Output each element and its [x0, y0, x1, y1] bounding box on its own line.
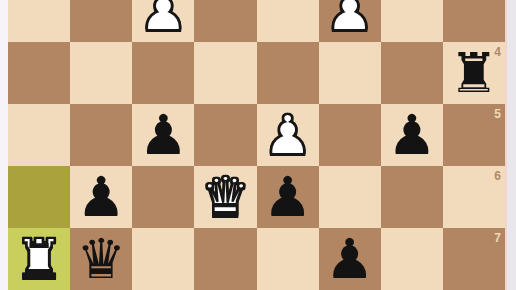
square-f4[interactable] — [132, 42, 194, 104]
black-rook[interactable]: ♜ — [449, 46, 498, 101]
black-pawn[interactable]: ♟ — [139, 108, 188, 163]
white-pawn[interactable]: ♟ — [325, 0, 374, 39]
square-h5[interactable] — [8, 104, 70, 166]
square-f3[interactable]: ♟ — [132, 0, 194, 42]
square-d6[interactable]: ♟ — [257, 166, 319, 228]
square-e3[interactable] — [194, 0, 256, 42]
square-c5[interactable] — [319, 104, 381, 166]
square-f6[interactable] — [132, 166, 194, 228]
square-e6[interactable]: ♛ — [194, 166, 256, 228]
page-background-right — [507, 0, 516, 290]
chess-app-viewport: ♟♟♜4♟♟♟5♟♛♟6♜♛♟7 — [0, 0, 516, 290]
square-b7[interactable] — [381, 228, 443, 290]
black-pawn[interactable]: ♟ — [387, 108, 436, 163]
square-c3[interactable]: ♟ — [319, 0, 381, 42]
square-e5[interactable] — [194, 104, 256, 166]
square-a5[interactable]: 5 — [443, 104, 505, 166]
square-b4[interactable] — [381, 42, 443, 104]
square-g3[interactable] — [70, 0, 132, 42]
square-d3[interactable] — [257, 0, 319, 42]
square-g7[interactable]: ♛ — [70, 228, 132, 290]
square-c4[interactable] — [319, 42, 381, 104]
page-background-left — [0, 0, 8, 290]
rank-label-7: 7 — [494, 232, 501, 244]
square-h6[interactable] — [8, 166, 70, 228]
chess-board[interactable]: ♟♟♜4♟♟♟5♟♛♟6♜♛♟7 — [8, 0, 505, 290]
rank-label-4: 4 — [494, 46, 501, 58]
black-pawn[interactable]: ♟ — [77, 170, 126, 225]
square-a6[interactable]: 6 — [443, 166, 505, 228]
square-b5[interactable]: ♟ — [381, 104, 443, 166]
square-b6[interactable] — [381, 166, 443, 228]
square-h7[interactable]: ♜ — [8, 228, 70, 290]
square-h4[interactable] — [8, 42, 70, 104]
square-c7[interactable]: ♟ — [319, 228, 381, 290]
square-g4[interactable] — [70, 42, 132, 104]
square-a7[interactable]: 7 — [443, 228, 505, 290]
black-pawn[interactable]: ♟ — [325, 232, 374, 287]
square-f7[interactable] — [132, 228, 194, 290]
rank-label-6: 6 — [494, 170, 501, 182]
square-e7[interactable] — [194, 228, 256, 290]
square-g5[interactable] — [70, 104, 132, 166]
square-d4[interactable] — [257, 42, 319, 104]
square-e4[interactable] — [194, 42, 256, 104]
black-pawn[interactable]: ♟ — [263, 170, 312, 225]
square-b3[interactable] — [381, 0, 443, 42]
white-pawn[interactable]: ♟ — [139, 0, 188, 39]
square-a3[interactable] — [443, 0, 505, 42]
white-rook[interactable]: ♜ — [14, 232, 63, 287]
square-d7[interactable] — [257, 228, 319, 290]
square-c6[interactable] — [319, 166, 381, 228]
square-a4[interactable]: ♜4 — [443, 42, 505, 104]
white-pawn[interactable]: ♟ — [263, 108, 312, 163]
square-h3[interactable] — [8, 0, 70, 42]
square-g6[interactable]: ♟ — [70, 166, 132, 228]
white-queen[interactable]: ♛ — [201, 170, 250, 225]
rank-label-5: 5 — [494, 108, 501, 120]
square-d5[interactable]: ♟ — [257, 104, 319, 166]
square-f5[interactable]: ♟ — [132, 104, 194, 166]
black-queen[interactable]: ♛ — [77, 232, 126, 287]
